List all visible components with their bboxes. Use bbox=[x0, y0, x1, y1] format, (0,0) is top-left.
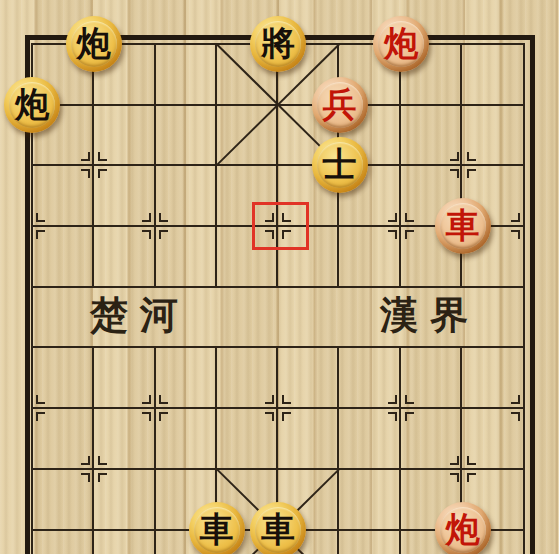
point-marker-corner bbox=[511, 213, 520, 222]
point-marker-corner bbox=[159, 395, 168, 404]
palace-diagonals bbox=[0, 0, 559, 554]
point-marker-corner bbox=[282, 395, 291, 404]
point-marker-corner bbox=[159, 230, 168, 239]
xiangqi-board[interactable]: 楚河 漢界 炮將炮炮兵士車車車炮 bbox=[0, 0, 559, 554]
point-marker-corner bbox=[98, 473, 107, 482]
point-marker-corner bbox=[405, 395, 414, 404]
point-marker-corner bbox=[81, 169, 90, 178]
piece-black-chariot[interactable]: 車 bbox=[250, 502, 306, 554]
point-marker-corner bbox=[142, 395, 151, 404]
point-marker-corner bbox=[98, 169, 107, 178]
point-marker-corner bbox=[467, 169, 476, 178]
piece-character: 將 bbox=[261, 27, 295, 61]
point-marker-corner bbox=[450, 169, 459, 178]
point-marker-corner bbox=[388, 230, 397, 239]
piece-character: 炮 bbox=[77, 27, 111, 61]
point-marker-corner bbox=[81, 456, 90, 465]
point-marker-corner bbox=[36, 230, 45, 239]
point-marker-corner bbox=[142, 412, 151, 421]
point-marker-corner bbox=[36, 395, 45, 404]
last-move-marker bbox=[252, 202, 309, 250]
piece-red-soldier[interactable]: 兵 bbox=[312, 77, 368, 133]
point-marker-corner bbox=[36, 213, 45, 222]
point-marker-corner bbox=[511, 412, 520, 421]
point-marker-corner bbox=[467, 456, 476, 465]
point-marker-corner bbox=[265, 395, 274, 404]
point-marker-corner bbox=[467, 473, 476, 482]
point-marker-corner bbox=[36, 412, 45, 421]
point-marker-corner bbox=[159, 412, 168, 421]
piece-red-cannon[interactable]: 炮 bbox=[435, 502, 491, 554]
river-label-chu: 楚河 bbox=[90, 296, 190, 334]
point-marker-corner bbox=[388, 412, 397, 421]
point-marker-corner bbox=[142, 230, 151, 239]
point-marker-corner bbox=[450, 456, 459, 465]
piece-character: 車 bbox=[200, 513, 234, 547]
piece-character: 炮 bbox=[15, 88, 49, 122]
point-marker-corner bbox=[450, 473, 459, 482]
piece-character: 兵 bbox=[323, 88, 357, 122]
point-marker-corner bbox=[467, 152, 476, 161]
point-marker-corner bbox=[81, 152, 90, 161]
piece-black-chariot[interactable]: 車 bbox=[189, 502, 245, 554]
piece-character: 士 bbox=[323, 148, 357, 182]
point-marker-corner bbox=[405, 230, 414, 239]
piece-black-cannon[interactable]: 炮 bbox=[66, 16, 122, 72]
piece-red-cannon[interactable]: 炮 bbox=[373, 16, 429, 72]
point-marker-corner bbox=[388, 395, 397, 404]
point-marker-corner bbox=[405, 213, 414, 222]
point-marker-corner bbox=[511, 230, 520, 239]
point-marker-corner bbox=[98, 456, 107, 465]
point-marker-corner bbox=[159, 213, 168, 222]
piece-black-advisor[interactable]: 士 bbox=[312, 137, 368, 193]
piece-character: 炮 bbox=[446, 513, 480, 547]
point-marker-corner bbox=[98, 152, 107, 161]
piece-black-cannon[interactable]: 炮 bbox=[4, 77, 60, 133]
point-marker-corner bbox=[450, 152, 459, 161]
point-marker-corner bbox=[405, 412, 414, 421]
point-marker-corner bbox=[388, 213, 397, 222]
point-marker-corner bbox=[265, 412, 274, 421]
point-marker-corner bbox=[282, 412, 291, 421]
piece-character: 炮 bbox=[384, 27, 418, 61]
point-marker-corner bbox=[142, 213, 151, 222]
point-marker-corner bbox=[81, 473, 90, 482]
piece-black-general[interactable]: 將 bbox=[250, 16, 306, 72]
piece-character: 車 bbox=[261, 513, 295, 547]
piece-red-chariot[interactable]: 車 bbox=[435, 198, 491, 254]
river-label-han: 漢界 bbox=[380, 296, 480, 334]
piece-character: 車 bbox=[446, 209, 480, 243]
point-marker-corner bbox=[511, 395, 520, 404]
